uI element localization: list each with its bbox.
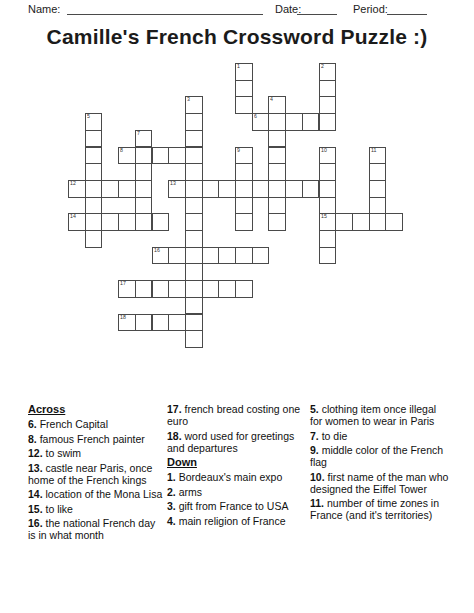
across-clue-14: 14. location of the Mona Lisa	[28, 488, 165, 500]
clue-number: 4.	[167, 515, 176, 527]
clue-text: to die	[319, 430, 348, 442]
grid-cell-r11c15[interactable]	[319, 247, 337, 265]
clue-text: to like	[43, 503, 73, 515]
grid-cell-r7c3[interactable]	[118, 180, 136, 198]
grid-cell-r3c14[interactable]	[302, 113, 320, 131]
down-clue-11: 11. number of time zones in France (and …	[310, 497, 451, 521]
grid-cell-r7c4[interactable]	[135, 180, 153, 198]
clue-text: gift from France to USA	[176, 500, 289, 512]
clue-number: 3.	[167, 500, 176, 512]
grid-cell-r13c7[interactable]	[185, 280, 203, 298]
grid-cell-r1c10[interactable]	[235, 80, 253, 98]
grid-cell-r6c7[interactable]	[185, 163, 203, 181]
cell-number-14: 14	[70, 214, 76, 219]
down-clue-10: 10. first name of the man who designed t…	[310, 471, 451, 495]
cell-number-16: 16	[154, 248, 160, 253]
grid-cell-r7c10[interactable]	[235, 180, 253, 198]
down-clue-2: 2. arms	[167, 486, 305, 498]
clue-number: 2.	[167, 486, 176, 498]
grid-cell-r3c12[interactable]	[268, 113, 286, 131]
grid-cell-r5c1[interactable]	[85, 147, 103, 165]
grid-cell-r7c11[interactable]	[252, 180, 270, 198]
grid-cell-r13c8[interactable]	[202, 280, 220, 298]
clue-text: the national French day is in what month	[28, 517, 155, 541]
grid-cell-r11c11[interactable]	[252, 247, 270, 265]
clue-number: 17.	[167, 403, 182, 415]
grid-cell-r16c7[interactable]	[185, 330, 203, 348]
clues-column-middle: 17. french bread costing one euro18. wor…	[167, 403, 305, 529]
grid-cell-r7c0[interactable]: 12	[68, 180, 86, 198]
cell-number-8: 8	[120, 148, 123, 153]
grid-cell-r3c13[interactable]	[285, 113, 303, 131]
grid-cell-r5c15[interactable]: 10	[319, 147, 337, 165]
grid-cell-r7c6[interactable]: 13	[168, 180, 186, 198]
clue-number: 13.	[28, 462, 43, 474]
worksheet-page: Name: Date: Period: Camille's French Cro…	[0, 0, 474, 613]
clue-text: french bread costing one euro	[167, 403, 300, 427]
cell-number-11: 11	[371, 148, 376, 153]
grid-cell-r11c5[interactable]: 16	[152, 247, 170, 265]
grid-cell-r9c10[interactable]	[235, 213, 253, 231]
clue-number: 9.	[310, 444, 319, 456]
grid-cell-r8c12[interactable]	[268, 197, 286, 215]
down-clue-9: 9. middle color of the French flag	[310, 444, 451, 468]
cell-number-2: 2	[321, 64, 324, 69]
cell-number-15: 15	[321, 214, 327, 219]
cell-number-13: 13	[170, 181, 176, 186]
down-clue-5: 5. clothing item once illegal for women …	[310, 403, 451, 427]
grid-cell-r9c3[interactable]	[118, 213, 136, 231]
grid-cell-r7c14[interactable]	[302, 180, 320, 198]
grid-cell-r8c10[interactable]	[235, 197, 253, 215]
across-clue-13: 13. castle near Paris, once home of the …	[28, 462, 165, 486]
grid-cell-r9c0[interactable]: 14	[68, 213, 86, 231]
grid-cell-r10c1[interactable]	[85, 230, 103, 248]
grid-cell-r0c15[interactable]: 2	[319, 63, 337, 81]
name-blank-line[interactable]	[67, 4, 263, 15]
clue-text: word used for greetings and departures	[167, 430, 294, 454]
grid-cell-r5c4[interactable]	[135, 147, 153, 165]
grid-cell-r9c19[interactable]	[385, 213, 403, 231]
grid-cell-r7c15[interactable]	[319, 180, 337, 198]
name-label: Name:	[28, 3, 60, 15]
grid-cell-r9c1[interactable]	[85, 213, 103, 231]
grid-cell-r4c4[interactable]: 7	[135, 130, 153, 148]
clue-text: first name of the man who designed the E…	[310, 471, 448, 495]
grid-cell-r2c10[interactable]	[235, 96, 253, 114]
clue-number: 18.	[167, 430, 182, 442]
grid-cell-r5c12[interactable]	[268, 147, 286, 165]
down-clue-4: 4. main religion of France	[167, 515, 305, 527]
clue-text: number of time zones in France (and it's…	[310, 497, 439, 521]
clue-text: location of the Mona Lisa	[43, 488, 163, 500]
grid-cell-r3c1[interactable]: 5	[85, 113, 103, 131]
grid-cell-r5c7[interactable]	[185, 147, 203, 165]
grid-cell-r5c3[interactable]: 8	[118, 147, 136, 165]
grid-cell-r8c1[interactable]	[85, 197, 103, 215]
cell-number-12: 12	[70, 181, 76, 186]
grid-cell-r13c9[interactable]	[218, 280, 236, 298]
grid-cell-r9c4[interactable]	[135, 213, 153, 231]
grid-cell-r6c15[interactable]	[319, 163, 337, 181]
down-clue-7: 7. to die	[310, 430, 451, 442]
across-clue-18: 18. word used for greetings and departur…	[167, 430, 305, 454]
grid-cell-r0c10[interactable]: 1	[235, 63, 253, 81]
grid-cell-r9c17[interactable]	[352, 213, 370, 231]
across-clue-8: 8. famous French painter	[28, 433, 165, 445]
grid-cell-r7c9[interactable]	[218, 180, 236, 198]
clue-number: 14.	[28, 488, 43, 500]
grid-cell-r13c10[interactable]	[235, 280, 253, 298]
grid-cell-r13c5[interactable]	[152, 280, 170, 298]
grid-cell-r12c7[interactable]	[185, 263, 203, 281]
clue-text: middle color of the French flag	[310, 444, 443, 468]
grid-cell-r2c15[interactable]	[319, 96, 337, 114]
cell-number-3: 3	[187, 97, 190, 102]
grid-cell-r6c4[interactable]	[135, 163, 153, 181]
period-blank-line[interactable]	[387, 4, 427, 15]
clue-text: French Capital	[37, 418, 108, 430]
grid-cell-r15c5[interactable]	[152, 314, 170, 332]
grid-cell-r15c7[interactable]	[185, 314, 203, 332]
page-title: Camille's French Crossword Puzzle :)	[0, 25, 474, 49]
grid-cell-r11c9[interactable]	[218, 247, 236, 265]
clue-text: to swim	[43, 447, 82, 459]
down-clue-1: 1. Bordeaux's main expo	[167, 471, 305, 483]
clue-number: 16.	[28, 517, 43, 529]
across-clue-12: 12. to swim	[28, 447, 165, 459]
grid-cell-r6c1[interactable]	[85, 163, 103, 181]
crossword-grid: 123456789101112131415161718	[68, 63, 404, 349]
grid-cell-r3c15[interactable]	[319, 113, 337, 131]
clues-column-across: Across6. French Capital8. famous French …	[28, 403, 165, 544]
grid-cell-r9c18[interactable]	[369, 213, 387, 231]
cell-number-4: 4	[270, 97, 273, 102]
clue-number: 12.	[28, 447, 43, 459]
cell-number-7: 7	[137, 131, 140, 136]
grid-cell-r11c7[interactable]	[185, 247, 203, 265]
clue-number: 1.	[167, 471, 176, 483]
grid-cell-r7c13[interactable]	[285, 180, 303, 198]
clue-number: 8.	[28, 433, 37, 445]
down-heading: Down	[167, 456, 305, 468]
grid-cell-r13c4[interactable]	[135, 280, 153, 298]
across-clue-17: 17. french bread costing one euro	[167, 403, 305, 427]
clue-number: 5.	[310, 403, 319, 415]
clue-text: main religion of France	[176, 515, 286, 527]
grid-cell-r3c7[interactable]	[185, 113, 203, 131]
clue-number: 10.	[310, 471, 325, 483]
across-clue-6: 6. French Capital	[28, 418, 165, 430]
grid-cell-r11c6[interactable]	[168, 247, 186, 265]
clue-text: clothing item once illegal for women to …	[310, 403, 436, 427]
clue-number: 15.	[28, 503, 43, 515]
grid-cell-r7c1[interactable]	[85, 180, 103, 198]
grid-cell-r8c18[interactable]	[369, 197, 387, 215]
grid-cell-r15c6[interactable]	[168, 314, 186, 332]
grid-cell-r7c8[interactable]	[202, 180, 220, 198]
across-clue-15: 15. to like	[28, 503, 165, 515]
across-heading: Across	[28, 403, 165, 415]
date-blank-line[interactable]	[297, 4, 337, 15]
clue-number: 6.	[28, 418, 37, 430]
grid-cell-r6c10[interactable]	[235, 163, 253, 181]
grid-cell-r9c2[interactable]	[101, 213, 119, 231]
across-clue-16: 16. the national French day is in what m…	[28, 517, 165, 541]
cell-number-5: 5	[87, 114, 90, 119]
grid-cell-r2c7[interactable]: 3	[185, 96, 203, 114]
grid-cell-r14c7[interactable]	[185, 297, 203, 315]
grid-cell-r9c7[interactable]	[185, 213, 203, 231]
grid-cell-r5c10[interactable]: 9	[235, 147, 253, 165]
clue-number: 7.	[310, 430, 319, 442]
grid-cell-r15c3[interactable]: 18	[118, 314, 136, 332]
clue-text: Bordeaux's main expo	[176, 471, 282, 483]
grid-cell-r4c12[interactable]	[268, 130, 286, 148]
cell-number-10: 10	[321, 148, 327, 153]
grid-cell-r4c7[interactable]	[185, 130, 203, 148]
grid-cell-r9c5[interactable]	[152, 213, 170, 231]
grid-cell-r7c18[interactable]	[369, 180, 387, 198]
grid-cell-r2c12[interactable]: 4	[268, 96, 286, 114]
clue-text: famous French painter	[37, 433, 145, 445]
grid-cell-r7c2[interactable]	[101, 180, 119, 198]
cell-number-6: 6	[254, 114, 257, 119]
grid-cell-r1c15[interactable]	[319, 80, 337, 98]
clue-text: castle near Paris, once home of the Fren…	[28, 462, 152, 486]
grid-cell-r13c6[interactable]	[168, 280, 186, 298]
cell-number-9: 9	[237, 148, 240, 153]
cell-number-1: 1	[237, 64, 240, 69]
grid-cell-r6c18[interactable]	[369, 163, 387, 181]
grid-cell-r9c15[interactable]: 15	[319, 213, 337, 231]
grid-cell-r10c7[interactable]	[185, 230, 203, 248]
grid-cell-r9c12[interactable]	[268, 213, 286, 231]
grid-cell-r4c1[interactable]	[85, 130, 103, 148]
grid-cell-r7c7[interactable]	[185, 180, 203, 198]
grid-cell-r8c4[interactable]	[135, 197, 153, 215]
clues-column-down: 5. clothing item once illegal for women …	[310, 403, 451, 524]
grid-cell-r11c8[interactable]	[202, 247, 220, 265]
down-clue-3: 3. gift from France to USA	[167, 500, 305, 512]
grid-cell-r5c5[interactable]	[152, 147, 170, 165]
grid-cell-r9c16[interactable]	[335, 213, 353, 231]
grid-cell-r8c7[interactable]	[185, 197, 203, 215]
grid-cell-r6c12[interactable]	[268, 163, 286, 181]
grid-cell-r10c15[interactable]	[319, 230, 337, 248]
cell-number-17: 17	[120, 281, 126, 286]
period-label: Period:	[353, 3, 388, 15]
grid-cell-r8c15[interactable]	[319, 197, 337, 215]
clue-text: arms	[176, 486, 202, 498]
grid-cell-r7c12[interactable]	[268, 180, 286, 198]
grid-cell-r11c10[interactable]	[235, 247, 253, 265]
grid-cell-r5c18[interactable]: 11	[369, 147, 387, 165]
grid-cell-r13c3[interactable]: 17	[118, 280, 136, 298]
grid-cell-r3c11[interactable]: 6	[252, 113, 270, 131]
cell-number-18: 18	[120, 315, 126, 320]
grid-cell-r5c6[interactable]	[168, 147, 186, 165]
clue-number: 11.	[310, 497, 324, 509]
grid-cell-r15c4[interactable]	[135, 314, 153, 332]
